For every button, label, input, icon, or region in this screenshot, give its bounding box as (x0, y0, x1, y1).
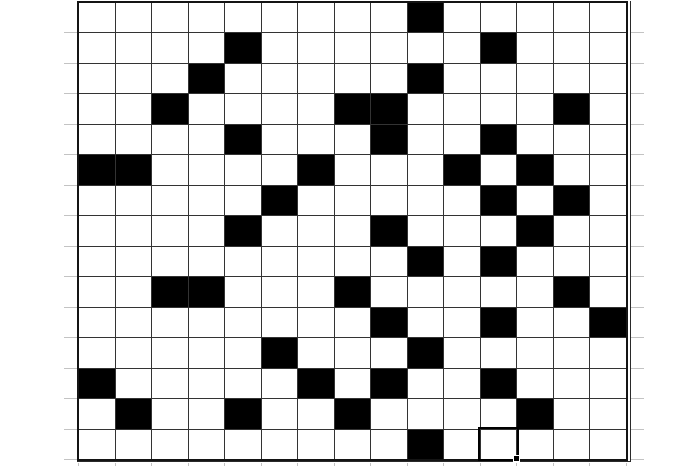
grid-cell-open[interactable] (189, 216, 225, 245)
sheet-gridline-stub (64, 429, 77, 430)
grid-cell-open[interactable] (79, 33, 115, 62)
grid-cell-open[interactable] (408, 216, 444, 245)
grid-cell-open[interactable] (79, 399, 115, 428)
grid-cell-open[interactable] (225, 155, 261, 184)
grid-cell-open[interactable] (554, 33, 590, 62)
grid-cell-open[interactable] (590, 430, 626, 459)
grid-cell-block[interactable] (517, 216, 553, 245)
sheet-gridline-stub (64, 307, 77, 308)
grid-cell-open[interactable] (517, 33, 553, 62)
sheet-gridline-stub (631, 32, 644, 33)
grid-cell-open[interactable] (262, 64, 298, 93)
grid-cell-open[interactable] (590, 338, 626, 367)
grid-cell-block[interactable] (481, 369, 517, 398)
grid-cell-open[interactable] (371, 277, 407, 306)
grid-cell-open[interactable] (225, 308, 261, 337)
grid-cell-open[interactable] (79, 247, 115, 276)
grid-cell-block[interactable] (371, 369, 407, 398)
grid-cell-open[interactable] (116, 247, 152, 276)
grid-cell-open[interactable] (335, 125, 371, 154)
grid-cell-open[interactable] (298, 125, 334, 154)
grid-cell-open[interactable] (116, 94, 152, 123)
grid-cell-open[interactable] (335, 64, 371, 93)
grid-cell-open[interactable] (298, 277, 334, 306)
sheet-gridline-stub (631, 124, 644, 125)
sheet-gridline-stub (64, 459, 77, 460)
grid-cell-block[interactable] (298, 369, 334, 398)
grid-cell-open[interactable] (590, 94, 626, 123)
grid-cell-open[interactable] (590, 216, 626, 245)
grid-cell-open[interactable] (444, 216, 480, 245)
grid-cell-open[interactable] (481, 216, 517, 245)
grid-cell-open[interactable] (79, 94, 115, 123)
grid-cell-open[interactable] (262, 33, 298, 62)
grid-cell-block[interactable] (590, 308, 626, 337)
grid-cell-open[interactable] (152, 308, 188, 337)
grid-cell-block[interactable] (517, 155, 553, 184)
sheet-gridline-stub (631, 368, 644, 369)
grid-cell-open[interactable] (444, 308, 480, 337)
grid-cell-open[interactable] (262, 430, 298, 459)
grid-cell-open[interactable] (298, 399, 334, 428)
grid-cell-open[interactable] (554, 216, 590, 245)
grid-cell-open[interactable] (371, 186, 407, 215)
grid-cell-block[interactable] (79, 369, 115, 398)
grid-cell-open[interactable] (335, 338, 371, 367)
grid-cell-open[interactable] (554, 399, 590, 428)
grid-cell-open[interactable] (444, 125, 480, 154)
sheet-gridline-stub (631, 398, 644, 399)
sheet-gridline-stub (631, 276, 644, 277)
grid-cell-open[interactable] (444, 399, 480, 428)
grid-cell-open[interactable] (225, 338, 261, 367)
grid-cell-open[interactable] (152, 369, 188, 398)
grid-cell-open[interactable] (225, 3, 261, 32)
fill-handle[interactable] (513, 455, 520, 462)
grid-cell-open[interactable] (408, 94, 444, 123)
sheet-gridline-stub (64, 93, 77, 94)
grid-cell-open[interactable] (444, 94, 480, 123)
grid-cell-open[interactable] (189, 3, 225, 32)
grid-cell-block[interactable] (298, 155, 334, 184)
grid-cell-open[interactable] (408, 399, 444, 428)
grid-cell-open[interactable] (189, 33, 225, 62)
grid-cell-open[interactable] (79, 308, 115, 337)
grid-cell-open[interactable] (408, 369, 444, 398)
grid-cell-open[interactable] (335, 247, 371, 276)
grid-cell-open[interactable] (116, 369, 152, 398)
sheet-gridline-stub (64, 124, 77, 125)
crossword-grid (77, 1, 628, 461)
grid-cell-open[interactable] (79, 216, 115, 245)
grid-cell-open[interactable] (517, 430, 553, 459)
grid-cell-open[interactable] (554, 3, 590, 32)
grid-cell-block[interactable] (481, 186, 517, 215)
grid-cell-open[interactable] (481, 94, 517, 123)
grid-cell-open[interactable] (590, 33, 626, 62)
grid-cell-open[interactable] (116, 3, 152, 32)
grid-cell-open[interactable] (335, 216, 371, 245)
sheet-gridline-stub (64, 276, 77, 277)
grid-cell-open[interactable] (225, 247, 261, 276)
grid-cell-open[interactable] (116, 33, 152, 62)
sheet-gridline-stub (64, 154, 77, 155)
grid-cell-open[interactable] (408, 155, 444, 184)
grid-cell-open[interactable] (116, 277, 152, 306)
sheet-gridline-stub (631, 215, 644, 216)
grid-cell-block[interactable] (225, 399, 261, 428)
grid-cell-open[interactable] (298, 430, 334, 459)
grid-cell-open[interactable] (116, 216, 152, 245)
grid-cell-open[interactable] (189, 399, 225, 428)
sheet-gridline-stub (631, 154, 644, 155)
grid-cell-open[interactable] (189, 155, 225, 184)
grid-cell-open[interactable] (189, 247, 225, 276)
grid-cell-open[interactable] (371, 247, 407, 276)
grid-cell-open[interactable] (298, 64, 334, 93)
grid-cell-block[interactable] (408, 247, 444, 276)
grid-cell-open[interactable] (262, 369, 298, 398)
grid-cell-block[interactable] (371, 216, 407, 245)
grid-cell-open[interactable] (481, 399, 517, 428)
grid-cell-open[interactable] (371, 430, 407, 459)
grid-cell-open[interactable] (408, 33, 444, 62)
active-cell-selection (478, 427, 519, 461)
grid-cell-open[interactable] (481, 3, 517, 32)
grid-cell-open[interactable] (554, 308, 590, 337)
grid-cell-block[interactable] (79, 155, 115, 184)
grid-cell-block[interactable] (335, 399, 371, 428)
grid-cell-open[interactable] (517, 3, 553, 32)
grid-cell-block[interactable] (225, 216, 261, 245)
sheet-gridline-stub (64, 398, 77, 399)
grid-cell-open[interactable] (371, 3, 407, 32)
sheet-gridline-stub (64, 32, 77, 33)
grid-cell-open[interactable] (79, 186, 115, 215)
grid-cell-open[interactable] (189, 94, 225, 123)
grid-cell-open[interactable] (298, 338, 334, 367)
grid-cell-open[interactable] (371, 399, 407, 428)
grid-cell-open[interactable] (225, 94, 261, 123)
grid-cell-open[interactable] (79, 125, 115, 154)
grid-cell-block[interactable] (262, 186, 298, 215)
grid-cell-open[interactable] (517, 94, 553, 123)
grid-cell-open[interactable] (554, 338, 590, 367)
grid-cell-block[interactable] (408, 338, 444, 367)
grid-cell-open[interactable] (444, 247, 480, 276)
grid-cell-open[interactable] (408, 125, 444, 154)
grid-cell-open[interactable] (152, 186, 188, 215)
sheet-gridline-stub (631, 429, 644, 430)
grid-cell-open[interactable] (517, 186, 553, 215)
grid-cell-open[interactable] (444, 33, 480, 62)
grid-cell-open[interactable] (298, 308, 334, 337)
grid-cell-open[interactable] (225, 369, 261, 398)
grid-cell-open[interactable] (298, 94, 334, 123)
grid-cell-open[interactable] (444, 338, 480, 367)
grid-cell-block[interactable] (554, 94, 590, 123)
grid-cell-open[interactable] (152, 155, 188, 184)
grid-cell-open[interactable] (590, 64, 626, 93)
grid-cell-open[interactable] (298, 3, 334, 32)
grid-cell-block[interactable] (189, 277, 225, 306)
grid-cell-open[interactable] (262, 216, 298, 245)
grid-cell-open[interactable] (189, 125, 225, 154)
grid-cell-open[interactable] (554, 369, 590, 398)
grid-cell-open[interactable] (152, 247, 188, 276)
sheet-gridline-stub (631, 185, 644, 186)
grid-cell-open[interactable] (79, 338, 115, 367)
grid-cell-open[interactable] (152, 33, 188, 62)
grid-cell-open[interactable] (225, 64, 261, 93)
grid-cell-open[interactable] (335, 33, 371, 62)
sheet-gridline-stub (64, 185, 77, 186)
grid-cell-block[interactable] (408, 64, 444, 93)
grid-cell-open[interactable] (189, 308, 225, 337)
sheet-gridline-stub (64, 337, 77, 338)
grid-cell-open[interactable] (517, 125, 553, 154)
grid-cell-open[interactable] (262, 155, 298, 184)
grid-cell-open[interactable] (262, 277, 298, 306)
grid-cell-block[interactable] (371, 94, 407, 123)
grid-cell-block[interactable] (408, 3, 444, 32)
sheet-gridline-stub (64, 63, 77, 64)
grid-cell-open[interactable] (517, 277, 553, 306)
sheet-gridline-stub (64, 368, 77, 369)
grid-cell-block[interactable] (335, 94, 371, 123)
grid-cell-open[interactable] (152, 399, 188, 428)
grid-cell-open[interactable] (371, 33, 407, 62)
grid-cell-open[interactable] (189, 186, 225, 215)
grid-cell-open[interactable] (590, 369, 626, 398)
grid-cell-open[interactable] (335, 186, 371, 215)
grid-cell-open[interactable] (371, 155, 407, 184)
grid-cell-open[interactable] (189, 369, 225, 398)
grid-cell-open[interactable] (371, 64, 407, 93)
grid-cell-block[interactable] (335, 277, 371, 306)
grid-cell-open[interactable] (590, 155, 626, 184)
grid-cell-open[interactable] (408, 186, 444, 215)
grid-cell-block[interactable] (189, 64, 225, 93)
grid-cell-open[interactable] (554, 247, 590, 276)
grid-cell-block[interactable] (152, 94, 188, 123)
grid-cell-block[interactable] (116, 399, 152, 428)
grid-cell-open[interactable] (262, 247, 298, 276)
grid-cell-open[interactable] (152, 64, 188, 93)
grid-cell-open[interactable] (225, 186, 261, 215)
grid-cell-open[interactable] (590, 399, 626, 428)
grid-cell-open[interactable] (335, 430, 371, 459)
grid-cell-open[interactable] (152, 125, 188, 154)
grid-cell-open[interactable] (335, 308, 371, 337)
grid-cell-open[interactable] (262, 3, 298, 32)
grid-cell-block[interactable] (152, 277, 188, 306)
grid-cell-block[interactable] (481, 247, 517, 276)
grid-cell-open[interactable] (590, 3, 626, 32)
grid-cell-open[interactable] (152, 430, 188, 459)
grid-cell-open[interactable] (225, 430, 261, 459)
grid-cell-open[interactable] (152, 338, 188, 367)
sheet-gridline-stub (64, 215, 77, 216)
grid-cell-open[interactable] (298, 216, 334, 245)
grid-cell-open[interactable] (444, 369, 480, 398)
grid-cell-open[interactable] (444, 430, 480, 459)
grid-cell-open[interactable] (554, 64, 590, 93)
grid-cell-open[interactable] (116, 186, 152, 215)
grid-cell-block[interactable] (116, 155, 152, 184)
grid-cell-block[interactable] (554, 277, 590, 306)
sheet-gridline-stub (64, 246, 77, 247)
grid-cell-open[interactable] (444, 277, 480, 306)
grid-cell-open[interactable] (116, 308, 152, 337)
grid-cell-open[interactable] (79, 64, 115, 93)
sheet-gridline-stub (631, 307, 644, 308)
grid-cell-open[interactable] (262, 308, 298, 337)
grid-cell-open[interactable] (481, 155, 517, 184)
grid-cell-open[interactable] (335, 155, 371, 184)
grid-cell-open[interactable] (554, 125, 590, 154)
grid-cell-open[interactable] (335, 3, 371, 32)
grid-cell-open[interactable] (517, 308, 553, 337)
grid-cell-open[interactable] (517, 64, 553, 93)
grid-cell-open[interactable] (444, 64, 480, 93)
grid-cell-block[interactable] (371, 125, 407, 154)
grid-cell-open[interactable] (517, 369, 553, 398)
sheet-gridline-stub (631, 246, 644, 247)
grid-cell-open[interactable] (152, 216, 188, 245)
grid-cell-block[interactable] (408, 430, 444, 459)
grid-cell-block[interactable] (371, 308, 407, 337)
grid-cell-open[interactable] (481, 64, 517, 93)
grid-cell-open[interactable] (225, 277, 261, 306)
grid-cell-open[interactable] (116, 125, 152, 154)
grid-cell-open[interactable] (481, 338, 517, 367)
grid-cell-open[interactable] (590, 247, 626, 276)
grid-cell-open[interactable] (262, 125, 298, 154)
grid-cell-open[interactable] (116, 64, 152, 93)
grid-cell-open[interactable] (189, 338, 225, 367)
grid-cell-open[interactable] (517, 247, 553, 276)
grid-cell-block[interactable] (481, 33, 517, 62)
grid-cell-open[interactable] (79, 277, 115, 306)
sheet-gridline-stub (631, 63, 644, 64)
grid-cell-open[interactable] (444, 3, 480, 32)
grid-cell-open[interactable] (517, 338, 553, 367)
grid-cell-open[interactable] (554, 430, 590, 459)
grid-cell-open[interactable] (298, 247, 334, 276)
grid-cell-open[interactable] (79, 3, 115, 32)
grid-cell-open[interactable] (335, 369, 371, 398)
grid-cell-open[interactable] (298, 186, 334, 215)
sheet-gridline-stub (631, 93, 644, 94)
grid-cell-open[interactable] (444, 186, 480, 215)
grid-cell-open[interactable] (189, 430, 225, 459)
grid-cell-open[interactable] (590, 125, 626, 154)
spreadsheet-canvas (0, 0, 700, 466)
grid-cell-open[interactable] (298, 33, 334, 62)
grid-cell-open[interactable] (590, 277, 626, 306)
grid-cell-block[interactable] (225, 125, 261, 154)
sheet-gridline-stub (631, 459, 644, 460)
grid-cell-open[interactable] (408, 308, 444, 337)
grid-cell-open[interactable] (262, 94, 298, 123)
grid-cell-open[interactable] (116, 338, 152, 367)
grid-cell-open[interactable] (79, 430, 115, 459)
grid-cell-open[interactable] (481, 277, 517, 306)
grid-cell-open[interactable] (554, 155, 590, 184)
sheet-gridline-stub (631, 337, 644, 338)
grid-cell-block[interactable] (262, 338, 298, 367)
grid-cell-block[interactable] (225, 33, 261, 62)
grid-cell-block[interactable] (444, 155, 480, 184)
grid-outer-double-line-bottom (77, 461, 631, 462)
grid-cell-block[interactable] (481, 308, 517, 337)
grid-cell-open[interactable] (371, 338, 407, 367)
grid-cell-open[interactable] (590, 186, 626, 215)
grid-cell-block[interactable] (517, 399, 553, 428)
grid-outer-double-line-right (630, 1, 631, 461)
grid-cell-block[interactable] (481, 125, 517, 154)
grid-cell-open[interactable] (116, 430, 152, 459)
grid-cell-open[interactable] (262, 399, 298, 428)
grid-cell-open[interactable] (408, 277, 444, 306)
grid-cell-block[interactable] (554, 186, 590, 215)
grid-cell-open[interactable] (152, 3, 188, 32)
